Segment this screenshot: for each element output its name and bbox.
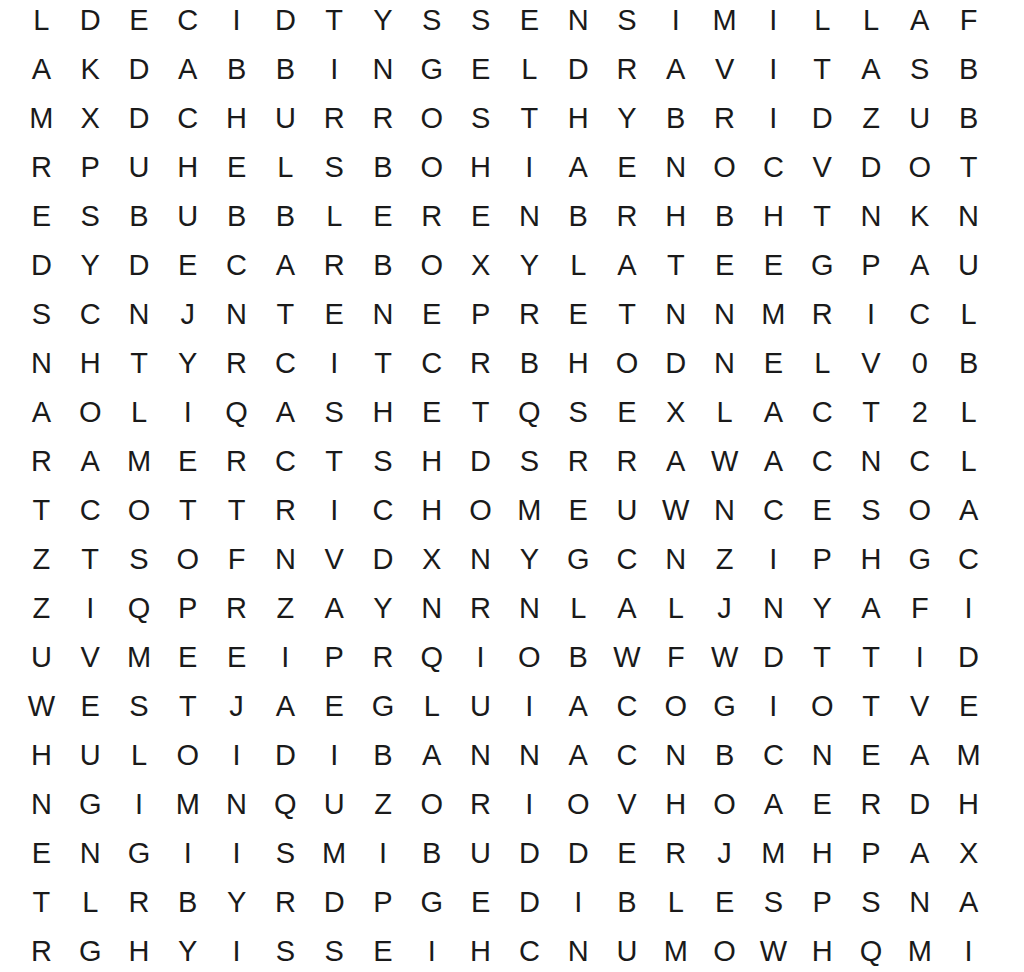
grid-cell-r10c18[interactable]: N (847, 437, 896, 486)
grid-cell-r1c2[interactable]: D (66, 0, 115, 45)
grid-cell-r5c1[interactable]: E (17, 192, 66, 241)
grid-cell-r15c14[interactable]: O (651, 682, 700, 731)
grid-cell-r10c3[interactable]: M (115, 437, 164, 486)
grid-cell-r6c8[interactable]: B (359, 241, 408, 290)
grid-cell-r2c16[interactable]: I (749, 45, 798, 94)
grid-cell-r14c13[interactable]: W (603, 633, 652, 682)
grid-cell-r9c15[interactable]: L (700, 388, 749, 437)
grid-cell-r10c5[interactable]: R (212, 437, 261, 486)
grid-cell-r15c5[interactable]: J (212, 682, 261, 731)
grid-cell-r14c6[interactable]: I (261, 633, 310, 682)
grid-cell-r15c3[interactable]: S (115, 682, 164, 731)
grid-cell-r15c10[interactable]: U (456, 682, 505, 731)
grid-cell-r11c17[interactable]: E (798, 486, 847, 535)
grid-cell-r7c17[interactable]: R (798, 290, 847, 339)
grid-cell-r12c5[interactable]: F (212, 535, 261, 584)
grid-cell-r13c18[interactable]: A (847, 584, 896, 633)
grid-cell-r20c11[interactable]: C (505, 927, 554, 972)
grid-cell-r19c8[interactable]: P (359, 878, 408, 927)
grid-cell-r17c5[interactable]: N (212, 780, 261, 829)
grid-cell-r20c10[interactable]: H (456, 927, 505, 972)
grid-cell-r1c17[interactable]: L (798, 0, 847, 45)
grid-cell-r7c10[interactable]: P (456, 290, 505, 339)
grid-cell-r20c6[interactable]: S (261, 927, 310, 972)
grid-cell-r14c12[interactable]: B (554, 633, 603, 682)
grid-cell-r19c3[interactable]: R (115, 878, 164, 927)
grid-cell-r13c14[interactable]: L (651, 584, 700, 633)
grid-cell-r3c2[interactable]: X (66, 94, 115, 143)
grid-cell-r18c1[interactable]: E (17, 829, 66, 878)
grid-cell-r1c13[interactable]: S (603, 0, 652, 45)
grid-cell-r2c9[interactable]: G (407, 45, 456, 94)
grid-cell-r2c4[interactable]: A (163, 45, 212, 94)
grid-cell-r18c20[interactable]: X (944, 829, 993, 878)
grid-cell-r12c13[interactable]: C (603, 535, 652, 584)
grid-cell-r19c13[interactable]: B (603, 878, 652, 927)
grid-cell-r6c12[interactable]: L (554, 241, 603, 290)
grid-cell-r6c14[interactable]: T (651, 241, 700, 290)
grid-cell-r1c4[interactable]: C (163, 0, 212, 45)
grid-cell-r5c15[interactable]: B (700, 192, 749, 241)
grid-cell-r18c4[interactable]: I (163, 829, 212, 878)
grid-cell-r4c1[interactable]: R (17, 143, 66, 192)
grid-cell-r5c14[interactable]: H (651, 192, 700, 241)
grid-cell-r5c20[interactable]: N (944, 192, 993, 241)
grid-cell-r5c8[interactable]: E (359, 192, 408, 241)
grid-cell-r10c12[interactable]: R (554, 437, 603, 486)
grid-cell-r15c13[interactable]: C (603, 682, 652, 731)
grid-cell-r1c12[interactable]: N (554, 0, 603, 45)
grid-cell-r11c16[interactable]: C (749, 486, 798, 535)
grid-cell-r5c11[interactable]: N (505, 192, 554, 241)
grid-cell-r2c10[interactable]: E (456, 45, 505, 94)
grid-cell-r20c5[interactable]: I (212, 927, 261, 972)
grid-cell-r14c20[interactable]: D (944, 633, 993, 682)
grid-cell-r13c17[interactable]: Y (798, 584, 847, 633)
grid-cell-r1c18[interactable]: L (847, 0, 896, 45)
grid-cell-r18c14[interactable]: R (651, 829, 700, 878)
grid-cell-r11c7[interactable]: I (310, 486, 359, 535)
grid-cell-r5c19[interactable]: K (895, 192, 944, 241)
grid-cell-r6c3[interactable]: D (115, 241, 164, 290)
grid-cell-r5c12[interactable]: B (554, 192, 603, 241)
grid-cell-r1c9[interactable]: S (407, 0, 456, 45)
grid-cell-r12c18[interactable]: H (847, 535, 896, 584)
grid-cell-r3c17[interactable]: D (798, 94, 847, 143)
grid-cell-r12c4[interactable]: O (163, 535, 212, 584)
grid-cell-r1c1[interactable]: L (17, 0, 66, 45)
grid-cell-r20c8[interactable]: E (359, 927, 408, 972)
grid-cell-r9c16[interactable]: A (749, 388, 798, 437)
grid-cell-r11c8[interactable]: C (359, 486, 408, 535)
grid-cell-r19c7[interactable]: D (310, 878, 359, 927)
grid-cell-r19c15[interactable]: E (700, 878, 749, 927)
grid-cell-r13c8[interactable]: Y (359, 584, 408, 633)
grid-cell-r3c10[interactable]: S (456, 94, 505, 143)
grid-cell-r16c15[interactable]: B (700, 731, 749, 780)
grid-cell-r7c7[interactable]: E (310, 290, 359, 339)
grid-cell-r16c4[interactable]: O (163, 731, 212, 780)
grid-cell-r14c16[interactable]: D (749, 633, 798, 682)
grid-cell-r19c19[interactable]: N (895, 878, 944, 927)
grid-cell-r4c14[interactable]: N (651, 143, 700, 192)
grid-cell-r3c3[interactable]: D (115, 94, 164, 143)
grid-cell-r12c7[interactable]: V (310, 535, 359, 584)
grid-cell-r1c3[interactable]: E (115, 0, 164, 45)
grid-cell-r18c15[interactable]: J (700, 829, 749, 878)
grid-cell-r19c14[interactable]: L (651, 878, 700, 927)
grid-cell-r15c1[interactable]: W (17, 682, 66, 731)
grid-cell-r12c14[interactable]: N (651, 535, 700, 584)
grid-cell-r12c2[interactable]: T (66, 535, 115, 584)
grid-cell-r18c9[interactable]: B (407, 829, 456, 878)
grid-cell-r7c9[interactable]: E (407, 290, 456, 339)
grid-cell-r4c7[interactable]: S (310, 143, 359, 192)
grid-cell-r13c5[interactable]: R (212, 584, 261, 633)
grid-cell-r9c19[interactable]: 2 (895, 388, 944, 437)
grid-cell-r16c16[interactable]: C (749, 731, 798, 780)
grid-cell-r16c12[interactable]: A (554, 731, 603, 780)
grid-cell-r19c10[interactable]: E (456, 878, 505, 927)
grid-cell-r9c10[interactable]: T (456, 388, 505, 437)
grid-cell-r15c11[interactable]: I (505, 682, 554, 731)
grid-cell-r9c13[interactable]: E (603, 388, 652, 437)
grid-cell-r5c10[interactable]: E (456, 192, 505, 241)
grid-cell-r16c18[interactable]: E (847, 731, 896, 780)
grid-cell-r19c4[interactable]: B (163, 878, 212, 927)
grid-cell-r10c14[interactable]: A (651, 437, 700, 486)
grid-cell-r3c14[interactable]: B (651, 94, 700, 143)
grid-cell-r6c19[interactable]: A (895, 241, 944, 290)
grid-cell-r14c8[interactable]: R (359, 633, 408, 682)
grid-cell-r10c16[interactable]: A (749, 437, 798, 486)
grid-cell-r8c4[interactable]: Y (163, 339, 212, 388)
grid-cell-r14c5[interactable]: E (212, 633, 261, 682)
grid-cell-r10c17[interactable]: C (798, 437, 847, 486)
grid-cell-r12c8[interactable]: D (359, 535, 408, 584)
grid-cell-r9c5[interactable]: Q (212, 388, 261, 437)
grid-cell-r11c1[interactable]: T (17, 486, 66, 535)
grid-cell-r8c11[interactable]: B (505, 339, 554, 388)
grid-cell-r6c17[interactable]: G (798, 241, 847, 290)
grid-cell-r2c8[interactable]: N (359, 45, 408, 94)
grid-cell-r17c14[interactable]: H (651, 780, 700, 829)
grid-cell-r17c9[interactable]: O (407, 780, 456, 829)
grid-cell-r12c10[interactable]: N (456, 535, 505, 584)
grid-cell-r2c6[interactable]: B (261, 45, 310, 94)
grid-cell-r9c20[interactable]: L (944, 388, 993, 437)
grid-cell-r3c13[interactable]: Y (603, 94, 652, 143)
grid-cell-r1c11[interactable]: E (505, 0, 554, 45)
grid-cell-r17c7[interactable]: U (310, 780, 359, 829)
grid-cell-r2c11[interactable]: L (505, 45, 554, 94)
grid-cell-r13c15[interactable]: J (700, 584, 749, 633)
grid-cell-r5c18[interactable]: N (847, 192, 896, 241)
grid-cell-r1c6[interactable]: D (261, 0, 310, 45)
grid-cell-r1c20[interactable]: F (944, 0, 993, 45)
grid-cell-r8c13[interactable]: O (603, 339, 652, 388)
grid-cell-r14c9[interactable]: Q (407, 633, 456, 682)
grid-cell-r10c9[interactable]: H (407, 437, 456, 486)
grid-cell-r6c5[interactable]: C (212, 241, 261, 290)
grid-cell-r13c16[interactable]: N (749, 584, 798, 633)
grid-cell-r20c18[interactable]: Q (847, 927, 896, 972)
grid-cell-r16c8[interactable]: B (359, 731, 408, 780)
grid-cell-r18c16[interactable]: M (749, 829, 798, 878)
grid-cell-r16c5[interactable]: I (212, 731, 261, 780)
grid-cell-r10c8[interactable]: S (359, 437, 408, 486)
grid-cell-r8c9[interactable]: C (407, 339, 456, 388)
grid-cell-r11c13[interactable]: U (603, 486, 652, 535)
grid-cell-r20c16[interactable]: W (749, 927, 798, 972)
grid-cell-r1c15[interactable]: M (700, 0, 749, 45)
grid-cell-r17c20[interactable]: H (944, 780, 993, 829)
grid-cell-r16c2[interactable]: U (66, 731, 115, 780)
grid-cell-r11c18[interactable]: S (847, 486, 896, 535)
grid-cell-r6c1[interactable]: D (17, 241, 66, 290)
grid-cell-r11c2[interactable]: C (66, 486, 115, 535)
grid-cell-r20c12[interactable]: N (554, 927, 603, 972)
grid-cell-r17c1[interactable]: N (17, 780, 66, 829)
grid-cell-r3c20[interactable]: B (944, 94, 993, 143)
grid-cell-r1c14[interactable]: I (651, 0, 700, 45)
grid-cell-r16c3[interactable]: L (115, 731, 164, 780)
grid-cell-r2c1[interactable]: A (17, 45, 66, 94)
grid-cell-r20c17[interactable]: H (798, 927, 847, 972)
grid-cell-r11c15[interactable]: N (700, 486, 749, 535)
grid-cell-r15c2[interactable]: E (66, 682, 115, 731)
grid-cell-r10c7[interactable]: T (310, 437, 359, 486)
grid-cell-r14c4[interactable]: E (163, 633, 212, 682)
grid-cell-r20c7[interactable]: S (310, 927, 359, 972)
grid-cell-r17c11[interactable]: I (505, 780, 554, 829)
grid-cell-r18c10[interactable]: U (456, 829, 505, 878)
grid-cell-r1c19[interactable]: A (895, 0, 944, 45)
grid-cell-r13c1[interactable]: Z (17, 584, 66, 633)
grid-cell-r17c6[interactable]: Q (261, 780, 310, 829)
grid-cell-r8c15[interactable]: N (700, 339, 749, 388)
grid-cell-r8c7[interactable]: I (310, 339, 359, 388)
grid-cell-r6c18[interactable]: P (847, 241, 896, 290)
grid-cell-r10c4[interactable]: E (163, 437, 212, 486)
grid-cell-r7c2[interactable]: C (66, 290, 115, 339)
grid-cell-r19c17[interactable]: P (798, 878, 847, 927)
grid-cell-r17c10[interactable]: R (456, 780, 505, 829)
grid-cell-r15c4[interactable]: T (163, 682, 212, 731)
grid-cell-r3c11[interactable]: T (505, 94, 554, 143)
grid-cell-r4c15[interactable]: O (700, 143, 749, 192)
grid-cell-r12c11[interactable]: Y (505, 535, 554, 584)
grid-cell-r1c7[interactable]: T (310, 0, 359, 45)
grid-cell-r5c7[interactable]: L (310, 192, 359, 241)
grid-cell-r9c1[interactable]: A (17, 388, 66, 437)
grid-cell-r1c16[interactable]: I (749, 0, 798, 45)
grid-cell-r3c1[interactable]: M (17, 94, 66, 143)
grid-cell-r10c6[interactable]: C (261, 437, 310, 486)
grid-cell-r13c11[interactable]: N (505, 584, 554, 633)
grid-cell-r17c3[interactable]: I (115, 780, 164, 829)
grid-cell-r16c9[interactable]: A (407, 731, 456, 780)
grid-cell-r6c11[interactable]: Y (505, 241, 554, 290)
grid-cell-r7c13[interactable]: T (603, 290, 652, 339)
grid-cell-r4c11[interactable]: I (505, 143, 554, 192)
grid-cell-r1c8[interactable]: Y (359, 0, 408, 45)
grid-cell-r17c19[interactable]: D (895, 780, 944, 829)
grid-cell-r20c9[interactable]: I (407, 927, 456, 972)
grid-cell-r2c2[interactable]: K (66, 45, 115, 94)
grid-cell-r2c5[interactable]: B (212, 45, 261, 94)
grid-cell-r9c18[interactable]: T (847, 388, 896, 437)
grid-cell-r19c20[interactable]: A (944, 878, 993, 927)
grid-cell-r4c16[interactable]: C (749, 143, 798, 192)
grid-cell-r2c14[interactable]: A (651, 45, 700, 94)
grid-cell-r11c20[interactable]: A (944, 486, 993, 535)
grid-cell-r20c19[interactable]: M (895, 927, 944, 972)
grid-cell-r13c9[interactable]: N (407, 584, 456, 633)
grid-cell-r3c12[interactable]: H (554, 94, 603, 143)
grid-cell-r9c8[interactable]: H (359, 388, 408, 437)
grid-cell-r9c17[interactable]: C (798, 388, 847, 437)
grid-cell-r11c6[interactable]: R (261, 486, 310, 535)
grid-cell-r19c12[interactable]: I (554, 878, 603, 927)
grid-cell-r2c19[interactable]: S (895, 45, 944, 94)
grid-cell-r18c8[interactable]: I (359, 829, 408, 878)
grid-cell-r7c15[interactable]: N (700, 290, 749, 339)
grid-cell-r6c20[interactable]: U (944, 241, 993, 290)
grid-cell-r16c10[interactable]: N (456, 731, 505, 780)
grid-cell-r15c18[interactable]: T (847, 682, 896, 731)
grid-cell-r18c11[interactable]: D (505, 829, 554, 878)
grid-cell-r6c10[interactable]: X (456, 241, 505, 290)
grid-cell-r4c18[interactable]: D (847, 143, 896, 192)
grid-cell-r4c12[interactable]: A (554, 143, 603, 192)
grid-cell-r4c20[interactable]: T (944, 143, 993, 192)
grid-cell-r13c3[interactable]: Q (115, 584, 164, 633)
grid-cell-r16c20[interactable]: M (944, 731, 993, 780)
grid-cell-r4c3[interactable]: U (115, 143, 164, 192)
grid-cell-r8c8[interactable]: T (359, 339, 408, 388)
grid-cell-r18c5[interactable]: I (212, 829, 261, 878)
grid-cell-r8c16[interactable]: E (749, 339, 798, 388)
grid-cell-r14c1[interactable]: U (17, 633, 66, 682)
grid-cell-r8c14[interactable]: D (651, 339, 700, 388)
grid-cell-r8c17[interactable]: L (798, 339, 847, 388)
grid-cell-r10c19[interactable]: C (895, 437, 944, 486)
grid-cell-r9c11[interactable]: Q (505, 388, 554, 437)
grid-cell-r15c16[interactable]: I (749, 682, 798, 731)
grid-cell-r15c8[interactable]: G (359, 682, 408, 731)
grid-cell-r7c14[interactable]: N (651, 290, 700, 339)
grid-cell-r18c7[interactable]: M (310, 829, 359, 878)
grid-cell-r16c11[interactable]: N (505, 731, 554, 780)
grid-cell-r3c16[interactable]: I (749, 94, 798, 143)
grid-cell-r9c7[interactable]: S (310, 388, 359, 437)
grid-cell-r13c10[interactable]: R (456, 584, 505, 633)
grid-cell-r8c6[interactable]: C (261, 339, 310, 388)
grid-cell-r6c6[interactable]: A (261, 241, 310, 290)
grid-cell-r4c6[interactable]: L (261, 143, 310, 192)
grid-cell-r12c17[interactable]: P (798, 535, 847, 584)
grid-cell-r7c5[interactable]: N (212, 290, 261, 339)
grid-cell-r5c5[interactable]: B (212, 192, 261, 241)
grid-cell-r11c10[interactable]: O (456, 486, 505, 535)
grid-cell-r10c1[interactable]: R (17, 437, 66, 486)
grid-cell-r19c2[interactable]: L (66, 878, 115, 927)
grid-cell-r14c10[interactable]: I (456, 633, 505, 682)
grid-cell-r2c17[interactable]: T (798, 45, 847, 94)
grid-cell-r18c18[interactable]: P (847, 829, 896, 878)
grid-cell-r3c19[interactable]: U (895, 94, 944, 143)
grid-cell-r19c5[interactable]: Y (212, 878, 261, 927)
grid-cell-r6c4[interactable]: E (163, 241, 212, 290)
grid-cell-r11c3[interactable]: O (115, 486, 164, 535)
grid-cell-r4c13[interactable]: E (603, 143, 652, 192)
grid-cell-r17c13[interactable]: V (603, 780, 652, 829)
grid-cell-r2c13[interactable]: R (603, 45, 652, 94)
grid-cell-r16c17[interactable]: N (798, 731, 847, 780)
grid-cell-r19c6[interactable]: R (261, 878, 310, 927)
grid-cell-r4c19[interactable]: O (895, 143, 944, 192)
grid-cell-r7c16[interactable]: M (749, 290, 798, 339)
grid-cell-r7c4[interactable]: J (163, 290, 212, 339)
grid-cell-r14c11[interactable]: O (505, 633, 554, 682)
grid-cell-r14c3[interactable]: M (115, 633, 164, 682)
grid-cell-r2c18[interactable]: A (847, 45, 896, 94)
grid-cell-r14c19[interactable]: I (895, 633, 944, 682)
grid-cell-r9c6[interactable]: A (261, 388, 310, 437)
grid-cell-r15c6[interactable]: A (261, 682, 310, 731)
grid-cell-r12c1[interactable]: Z (17, 535, 66, 584)
grid-cell-r5c17[interactable]: T (798, 192, 847, 241)
grid-cell-r18c13[interactable]: E (603, 829, 652, 878)
grid-cell-r1c5[interactable]: I (212, 0, 261, 45)
grid-cell-r3c7[interactable]: R (310, 94, 359, 143)
grid-cell-r6c2[interactable]: Y (66, 241, 115, 290)
grid-cell-r18c2[interactable]: N (66, 829, 115, 878)
grid-cell-r20c2[interactable]: G (66, 927, 115, 972)
grid-cell-r15c15[interactable]: G (700, 682, 749, 731)
grid-cell-r15c17[interactable]: O (798, 682, 847, 731)
grid-cell-r4c5[interactable]: E (212, 143, 261, 192)
grid-cell-r17c15[interactable]: O (700, 780, 749, 829)
grid-cell-r8c10[interactable]: R (456, 339, 505, 388)
grid-cell-r7c12[interactable]: E (554, 290, 603, 339)
grid-cell-r17c18[interactable]: R (847, 780, 896, 829)
grid-cell-r9c4[interactable]: I (163, 388, 212, 437)
grid-cell-r5c6[interactable]: B (261, 192, 310, 241)
grid-cell-r11c5[interactable]: T (212, 486, 261, 535)
grid-cell-r8c1[interactable]: N (17, 339, 66, 388)
grid-cell-r3c6[interactable]: U (261, 94, 310, 143)
grid-cell-r14c18[interactable]: T (847, 633, 896, 682)
grid-cell-r2c12[interactable]: D (554, 45, 603, 94)
grid-cell-r10c11[interactable]: S (505, 437, 554, 486)
grid-cell-r9c3[interactable]: L (115, 388, 164, 437)
grid-cell-r4c10[interactable]: H (456, 143, 505, 192)
grid-cell-r2c7[interactable]: I (310, 45, 359, 94)
grid-cell-r10c10[interactable]: D (456, 437, 505, 486)
grid-cell-r11c4[interactable]: T (163, 486, 212, 535)
grid-cell-r11c14[interactable]: W (651, 486, 700, 535)
grid-cell-r16c19[interactable]: A (895, 731, 944, 780)
grid-cell-r17c8[interactable]: Z (359, 780, 408, 829)
grid-cell-r4c4[interactable]: H (163, 143, 212, 192)
grid-cell-r9c9[interactable]: E (407, 388, 456, 437)
grid-cell-r4c9[interactable]: O (407, 143, 456, 192)
grid-cell-r3c8[interactable]: R (359, 94, 408, 143)
grid-cell-r18c3[interactable]: G (115, 829, 164, 878)
grid-cell-r17c16[interactable]: A (749, 780, 798, 829)
